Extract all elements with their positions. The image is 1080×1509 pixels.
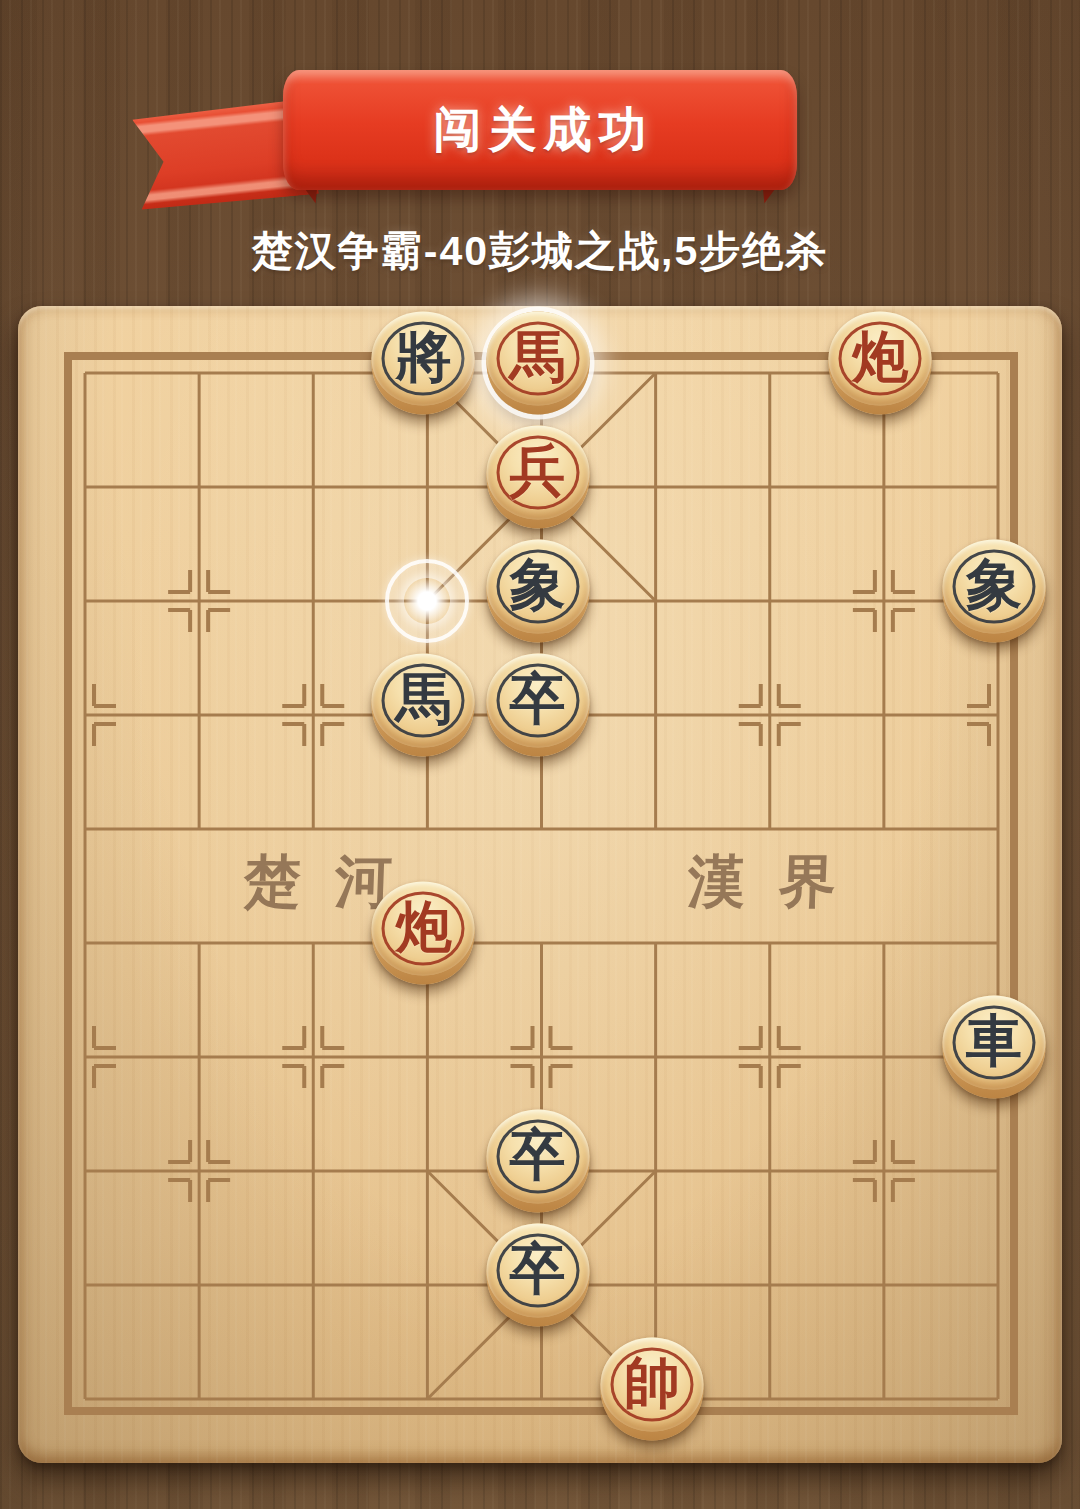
- piece-red-horse[interactable]: 馬: [486, 312, 589, 415]
- piece-face: 卒: [486, 1110, 589, 1204]
- piece-face: 炮: [372, 882, 475, 976]
- piece-glyph: 卒: [510, 1118, 566, 1194]
- piece-face: 車: [943, 996, 1046, 1090]
- piece-face: 馬: [372, 654, 475, 748]
- piece-black-horse[interactable]: 馬: [372, 654, 475, 757]
- piece-glyph: 炮: [852, 320, 908, 396]
- success-banner: 闯关成功: [0, 0, 1080, 230]
- piece-black-soldier[interactable]: 卒: [486, 1224, 589, 1327]
- piece-black-soldier[interactable]: 卒: [486, 654, 589, 757]
- piece-glyph: 卒: [510, 662, 566, 738]
- piece-black-general[interactable]: 將: [372, 312, 475, 415]
- piece-face: 象: [486, 540, 589, 634]
- banner-title: 闯关成功: [283, 70, 797, 190]
- piece-red-cannon[interactable]: 炮: [828, 312, 931, 415]
- piece-glyph: 象: [510, 548, 566, 624]
- piece-face: 卒: [486, 1224, 589, 1318]
- piece-face: 將: [372, 312, 475, 406]
- piece-glyph: 卒: [510, 1232, 566, 1308]
- piece-black-elephant[interactable]: 象: [943, 540, 1046, 643]
- piece-face: 卒: [486, 654, 589, 748]
- xiangqi-board[interactable]: 楚河 漢界 將馬炮兵象象馬卒炮車卒卒帥: [18, 306, 1062, 1463]
- piece-glyph: 象: [966, 548, 1022, 624]
- piece-glyph: 馬: [510, 320, 566, 396]
- piece-black-elephant[interactable]: 象: [486, 540, 589, 643]
- piece-glyph: 炮: [395, 890, 451, 966]
- piece-glyph: 將: [395, 320, 451, 396]
- piece-black-soldier[interactable]: 卒: [486, 1110, 589, 1213]
- piece-face: 馬: [486, 312, 589, 406]
- app-screen: 闯关成功 楚汉争霸-40彭城之战,5步绝杀 楚河 漢界 將馬炮兵象象馬卒炮車卒卒…: [0, 0, 1080, 1509]
- last-move-origin-marker: [385, 559, 469, 643]
- piece-red-soldier[interactable]: 兵: [486, 426, 589, 529]
- puzzle-title: 楚汉争霸-40彭城之战,5步绝杀: [0, 224, 1080, 279]
- piece-face: 炮: [828, 312, 931, 406]
- piece-face: 兵: [486, 426, 589, 520]
- river-label-right: 漢界: [687, 844, 872, 921]
- piece-black-chariot[interactable]: 車: [943, 996, 1046, 1099]
- piece-glyph: 馬: [395, 662, 451, 738]
- piece-red-general[interactable]: 帥: [600, 1338, 703, 1441]
- piece-red-cannon[interactable]: 炮: [372, 882, 475, 985]
- piece-glyph: 車: [966, 1004, 1022, 1080]
- piece-glyph: 帥: [624, 1346, 680, 1422]
- banner-band: 闯关成功: [283, 70, 797, 190]
- piece-face: 帥: [600, 1338, 703, 1432]
- piece-glyph: 兵: [510, 434, 566, 510]
- piece-face: 象: [943, 540, 1046, 634]
